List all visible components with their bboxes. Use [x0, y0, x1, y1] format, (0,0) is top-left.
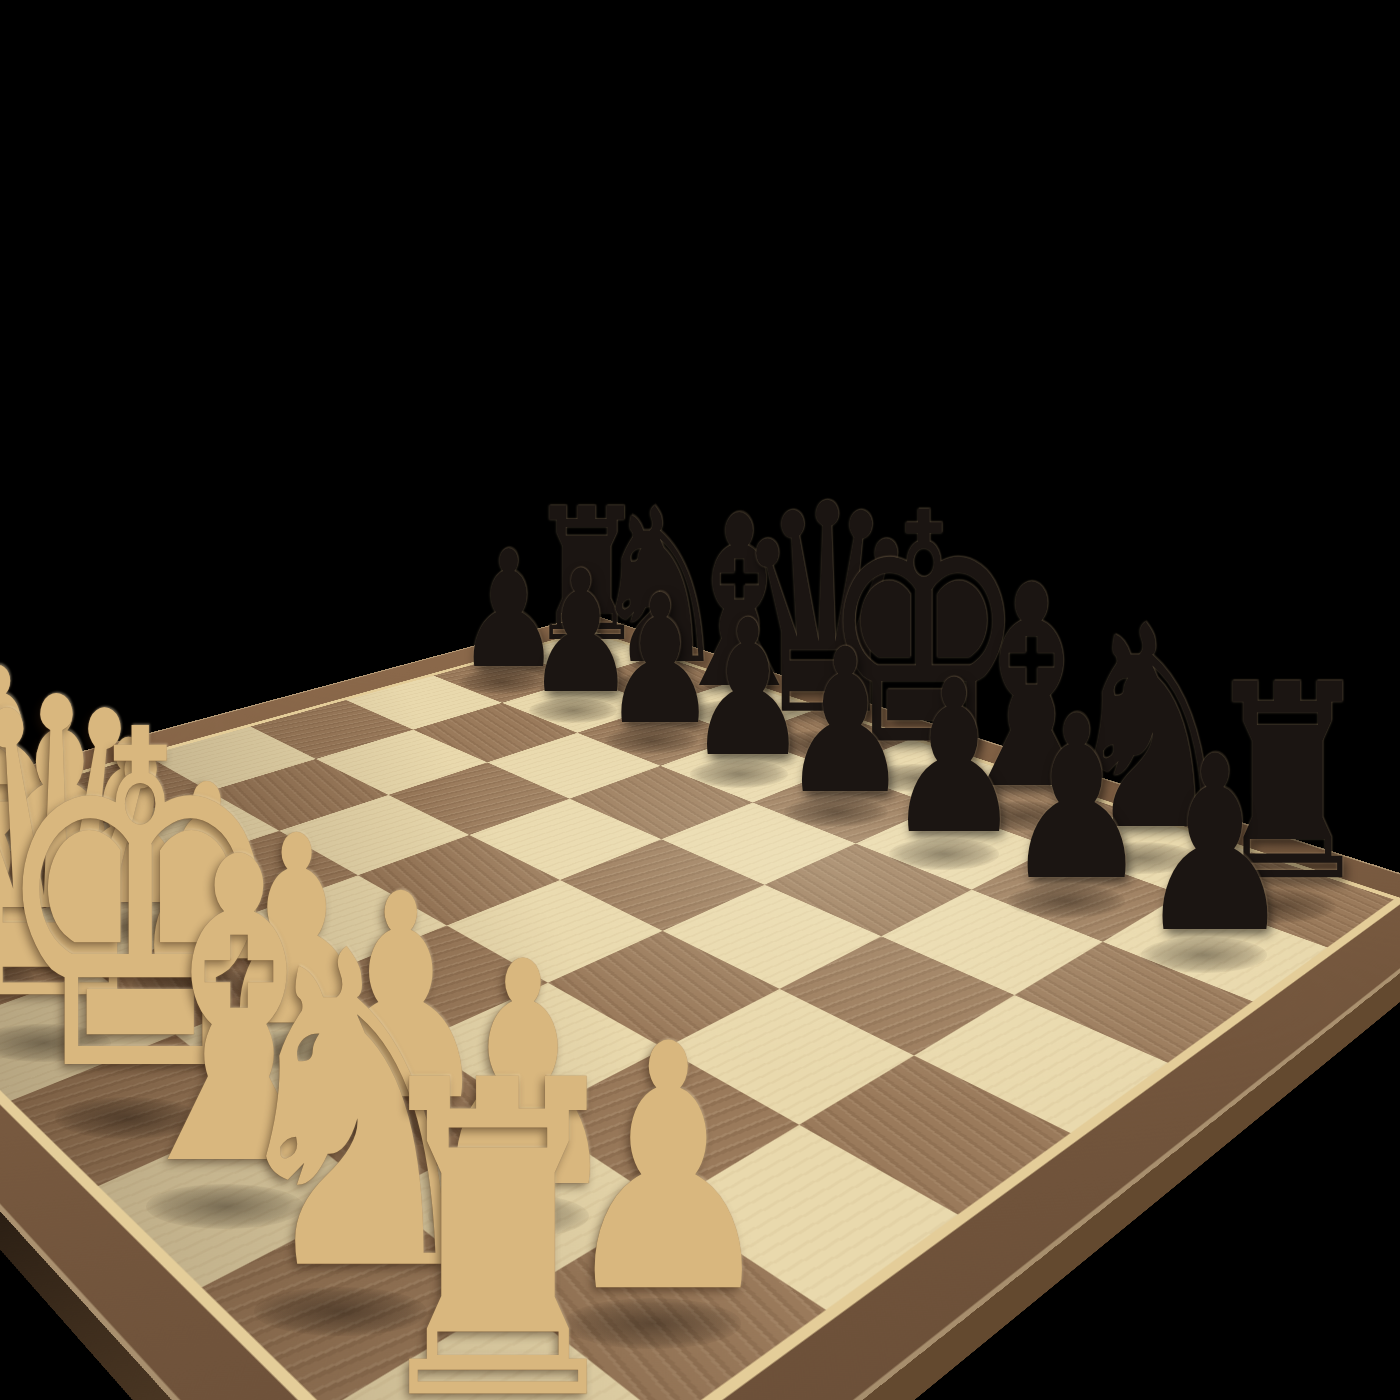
scene: ♜♞♝♛♚♝♞♜♟♟♟♟♟♟♟♟♟♟♟♟♟♟♟♟♜♞♝♛♚♝♞♜: [0, 0, 1400, 1400]
board-squares: [0, 632, 1394, 1400]
board-inlay-frame: [0, 630, 1400, 1400]
chess-board: [0, 614, 1400, 1400]
board-perspective-wrap: [0, 0, 1400, 1400]
